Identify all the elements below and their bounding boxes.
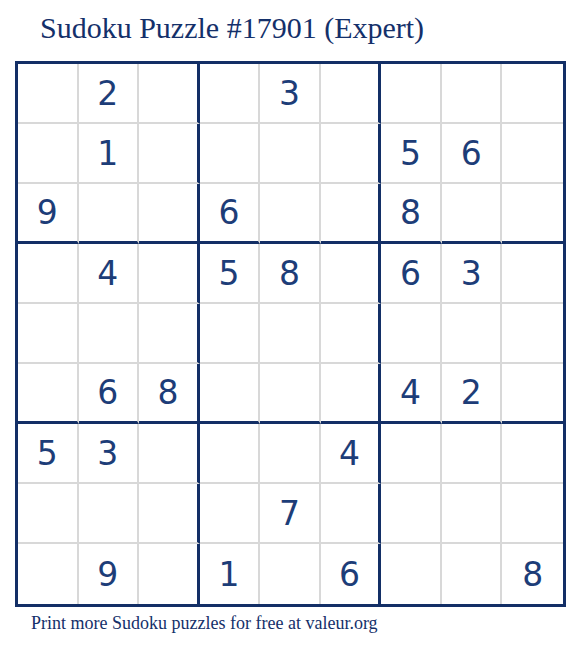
cell-r6c8: 2 [442,364,503,424]
cell-r9c6: 6 [321,544,382,604]
cell-r4c1 [18,244,79,304]
cell-r9c9: 8 [502,544,563,604]
cell-r2c4 [200,124,261,184]
cell-r8c7 [381,484,442,544]
cell-r7c7 [381,424,442,484]
cell-r5c3 [139,304,200,364]
cell-r9c5 [260,544,321,604]
cell-r3c2 [79,184,140,244]
cell-r6c1 [18,364,79,424]
cell-r2c7: 5 [381,124,442,184]
cell-r4c9 [502,244,563,304]
cell-r6c9 [502,364,563,424]
cell-r3c9 [502,184,563,244]
cell-r5c1 [18,304,79,364]
cell-r1c2: 2 [79,64,140,124]
cell-r5c2 [79,304,140,364]
cell-r8c1 [18,484,79,544]
cell-r4c2: 4 [79,244,140,304]
cell-r1c7 [381,64,442,124]
footer-note: Print more Sudoku puzzles for free at va… [31,613,378,634]
cell-r9c7 [381,544,442,604]
cell-r8c9 [502,484,563,544]
cell-r1c5: 3 [260,64,321,124]
cell-r2c9 [502,124,563,184]
cell-r4c5: 8 [260,244,321,304]
cell-r1c3 [139,64,200,124]
cell-r4c7: 6 [381,244,442,304]
cell-r7c9 [502,424,563,484]
cell-r2c5 [260,124,321,184]
cell-r8c8 [442,484,503,544]
cell-r7c6: 4 [321,424,382,484]
cell-r3c3 [139,184,200,244]
cell-r2c2: 1 [79,124,140,184]
cell-r3c1: 9 [18,184,79,244]
cell-r8c6 [321,484,382,544]
cell-r5c4 [200,304,261,364]
cell-r9c4: 1 [200,544,261,604]
cell-r9c8 [442,544,503,604]
cell-r9c3 [139,544,200,604]
cell-r3c5 [260,184,321,244]
cell-r5c7 [381,304,442,364]
cell-r7c8 [442,424,503,484]
cell-r5c9 [502,304,563,364]
cell-r6c5 [260,364,321,424]
cell-r2c3 [139,124,200,184]
cell-r7c5 [260,424,321,484]
page-title: Sudoku Puzzle #17901 (Expert) [40,8,424,48]
cell-r5c6 [321,304,382,364]
cell-r8c5: 7 [260,484,321,544]
cell-r3c4: 6 [200,184,261,244]
cell-r3c7: 8 [381,184,442,244]
cell-r5c5 [260,304,321,364]
cell-r7c1: 5 [18,424,79,484]
cell-r8c4 [200,484,261,544]
sudoku-board: 2315696845863684253479168 [15,61,566,607]
cell-r8c3 [139,484,200,544]
cell-r3c6 [321,184,382,244]
cell-r6c7: 4 [381,364,442,424]
cell-r1c1 [18,64,79,124]
cell-r6c2: 6 [79,364,140,424]
cell-r3c8 [442,184,503,244]
cell-r9c1 [18,544,79,604]
cell-r9c2: 9 [79,544,140,604]
cell-r2c6 [321,124,382,184]
cell-r1c8 [442,64,503,124]
cell-r7c4 [200,424,261,484]
cell-r7c2: 3 [79,424,140,484]
cell-r6c4 [200,364,261,424]
cell-r1c4 [200,64,261,124]
cell-r7c3 [139,424,200,484]
cell-r5c8 [442,304,503,364]
cell-r6c6 [321,364,382,424]
cell-r4c8: 3 [442,244,503,304]
cell-r4c6 [321,244,382,304]
cell-r2c1 [18,124,79,184]
cell-r1c6 [321,64,382,124]
cell-r2c8: 6 [442,124,503,184]
cell-r6c3: 8 [139,364,200,424]
cell-r8c2 [79,484,140,544]
cell-r4c4: 5 [200,244,261,304]
cell-r4c3 [139,244,200,304]
cell-r1c9 [502,64,563,124]
